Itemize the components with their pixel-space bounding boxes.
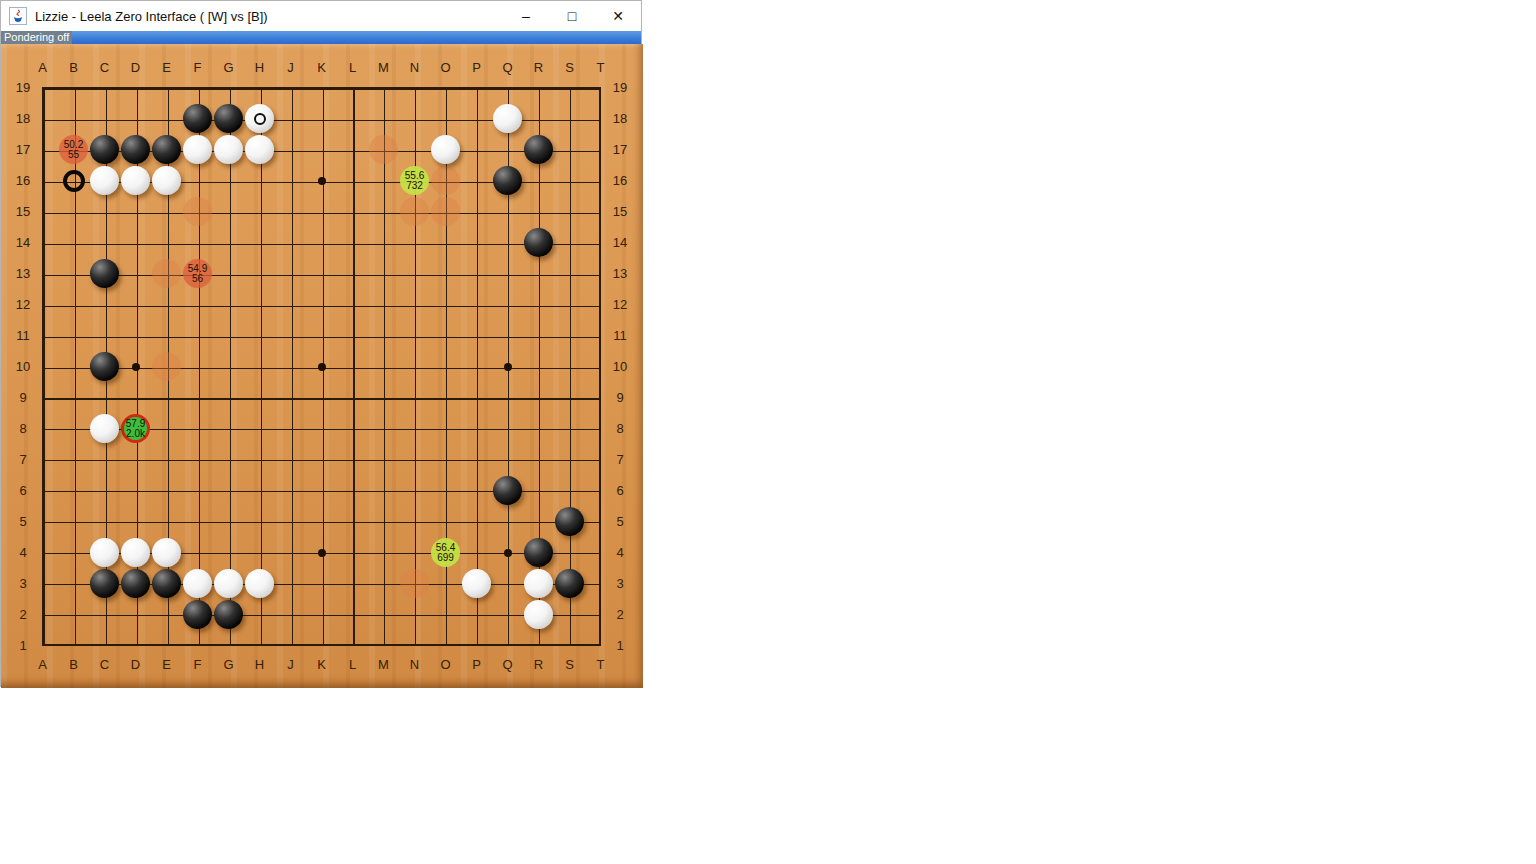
candidate-visits: 732 [406,181,423,191]
black-stone[interactable] [183,600,212,629]
white-stone[interactable] [431,135,460,164]
white-stone[interactable] [183,569,212,598]
black-stone[interactable] [90,352,119,381]
candidate-winrate: 55.6 [405,171,424,181]
white-stone[interactable] [90,414,119,443]
candidate-visits: 699 [437,553,454,563]
black-stone[interactable] [121,569,150,598]
ponder-status: Pondering off [1,31,72,44]
star-point [504,363,512,371]
white-stone[interactable] [121,538,150,567]
candidate-move[interactable]: 54.956 [183,259,212,288]
candidate-move[interactable]: 50.255 [59,135,88,164]
candidate-winrate: 56.4 [436,543,455,553]
black-stone[interactable] [524,135,553,164]
black-stone[interactable] [121,135,150,164]
candidate-winrate: 57.9 [126,419,145,429]
white-stone[interactable] [524,569,553,598]
window-title: Lizzie - Leela Zero Interface ( [W] vs [… [35,9,268,24]
candidate-move-faint[interactable] [183,197,212,226]
white-stone[interactable] [152,538,181,567]
title-bar[interactable]: Lizzie - Leela Zero Interface ( [W] vs [… [1,1,641,31]
lizzie-window: Lizzie - Leela Zero Interface ( [W] vs [… [0,0,642,687]
candidate-move-faint[interactable] [152,259,181,288]
star-point [318,363,326,371]
black-stone[interactable] [214,600,243,629]
white-stone[interactable] [245,104,274,133]
white-stone[interactable] [524,600,553,629]
black-stone[interactable] [493,166,522,195]
candidate-visits: 55 [68,150,79,160]
black-stone[interactable] [524,538,553,567]
black-stone[interactable] [90,135,119,164]
star-point [504,549,512,557]
white-stone[interactable] [462,569,491,598]
black-stone[interactable] [493,476,522,505]
minimize-button[interactable]: – [503,1,549,31]
last-move-marker [254,113,266,125]
black-stone[interactable] [183,104,212,133]
white-stone[interactable] [214,569,243,598]
black-stone[interactable] [90,259,119,288]
black-stone[interactable] [90,569,119,598]
candidate-move-faint[interactable] [400,569,429,598]
java-app-icon [9,7,27,25]
ponder-bar: Pondering off [1,31,641,44]
white-stone[interactable] [493,104,522,133]
star-point [318,549,326,557]
white-stone[interactable] [90,538,119,567]
java-cup-icon [11,9,25,23]
candidate-winrate: 54.9 [188,264,207,274]
black-stone[interactable] [152,135,181,164]
variation-ring-marker[interactable] [63,170,85,192]
candidate-move-faint[interactable] [400,197,429,226]
white-stone[interactable] [90,166,119,195]
candidate-move[interactable]: 57.92.0k [121,414,150,443]
candidate-winrate: 50.2 [64,140,83,150]
close-button[interactable]: ✕ [595,1,641,31]
star-point [318,177,326,185]
candidate-move-faint[interactable] [369,135,398,164]
black-stone[interactable] [524,228,553,257]
maximize-button[interactable]: □ [549,1,595,31]
candidate-visits: 2.0k [126,429,145,439]
window-controls: – □ ✕ [503,1,641,31]
black-stone[interactable] [555,569,584,598]
white-stone[interactable] [214,135,243,164]
candidate-move-faint[interactable] [152,352,181,381]
candidate-move-faint[interactable] [431,197,460,226]
black-stone[interactable] [555,507,584,536]
white-stone[interactable] [245,135,274,164]
black-stone[interactable] [214,104,243,133]
candidate-move-faint[interactable] [431,166,460,195]
candidate-move[interactable]: 56.4699 [431,538,460,567]
candidate-move[interactable]: 55.6732 [400,166,429,195]
star-point [132,363,140,371]
white-stone[interactable] [183,135,212,164]
candidate-visits: 56 [192,274,203,284]
black-stone[interactable] [152,569,181,598]
white-stone[interactable] [152,166,181,195]
white-stone[interactable] [245,569,274,598]
board-grid[interactable]: 50.25555.673254.95657.92.0k56.4699 [27,72,616,661]
white-stone[interactable] [121,166,150,195]
